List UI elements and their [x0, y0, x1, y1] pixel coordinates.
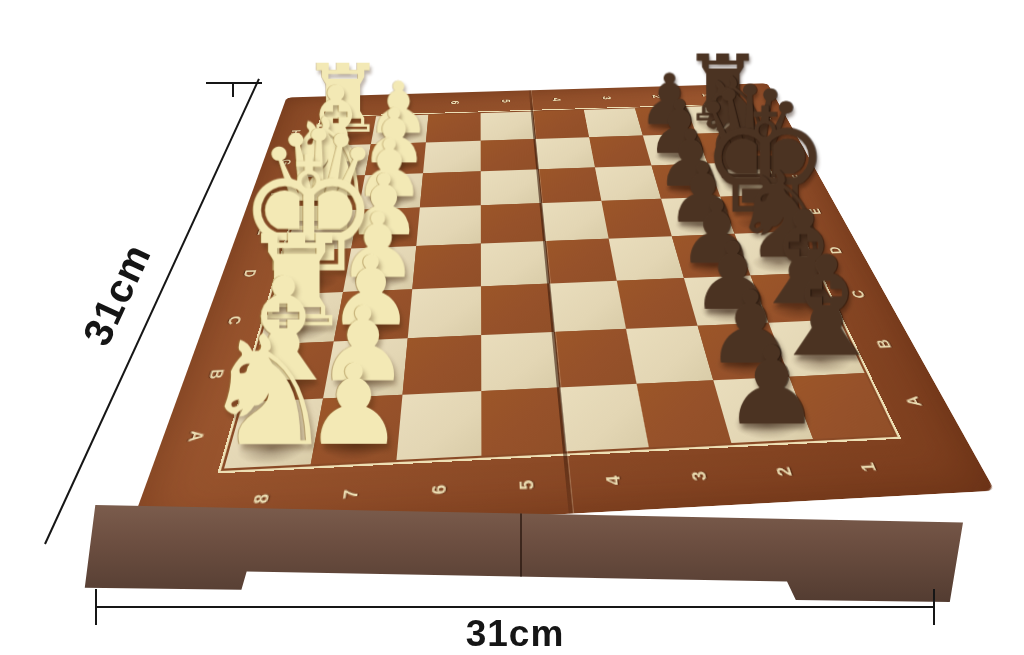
- square-A2[interactable]: ♟: [713, 377, 813, 443]
- square-C3[interactable]: [617, 278, 698, 329]
- front-fold-seam: [520, 512, 522, 579]
- product-photo: ♜♟♟♜♝♟♟♞♞♟♟♛♛♟♟♚♚♟♟♞♜♟♟♝♝♟♟♝♞♟♟ 88776655…: [0, 0, 1024, 655]
- square-A8[interactable]: ♞: [224, 398, 323, 468]
- square-B4[interactable]: [554, 329, 637, 388]
- bottom-dimension-line: [95, 606, 935, 608]
- left-dimension-tick: [232, 83, 234, 97]
- square-F5[interactable]: [481, 169, 542, 205]
- square-D3[interactable]: [609, 236, 684, 281]
- square-C6[interactable]: [408, 286, 481, 338]
- coordinate-label-far-4: 4: [550, 98, 564, 102]
- piece-black-pawn[interactable]: ♟: [723, 336, 820, 439]
- square-G5[interactable]: [481, 139, 538, 171]
- square-F6[interactable]: [420, 171, 481, 207]
- coordinate-label-far-5: 5: [499, 99, 513, 103]
- square-C5[interactable]: [481, 284, 554, 336]
- bottom-dimension-label: 31cm: [395, 613, 635, 655]
- square-D4[interactable]: [545, 239, 617, 284]
- bottom-dimension-cap-right: [933, 589, 935, 625]
- coordinate-label-far-3: 3: [600, 96, 614, 100]
- left-dimension-cap: [206, 82, 262, 84]
- bottom-dimension-cap-left: [95, 589, 97, 625]
- piece-white-knight[interactable]: ♞: [200, 320, 336, 464]
- playing-area: ♜♟♟♜♝♟♟♞♞♟♟♛♛♟♟♚♚♟♟♞♜♟♟♝♝♟♟♝♞♟♟: [217, 103, 901, 473]
- square-C4[interactable]: [549, 281, 626, 332]
- square-H4[interactable]: [532, 110, 589, 139]
- square-B6[interactable]: [403, 335, 482, 395]
- coordinate-label-far-7: 7: [397, 102, 411, 106]
- square-G4[interactable]: [535, 137, 595, 169]
- coordinate-label-far-2: 2: [650, 95, 664, 99]
- square-F4[interactable]: [538, 167, 601, 203]
- coordinate-label-far-1: 1: [699, 93, 714, 97]
- coordinate-label-far-6: 6: [448, 101, 462, 105]
- square-B5[interactable]: [481, 332, 559, 391]
- chessboard: ♜♟♟♜♝♟♟♞♞♟♟♛♛♟♟♚♚♟♟♞♜♟♟♝♝♟♟♝♞♟♟ 88776655…: [127, 83, 995, 538]
- square-H6[interactable]: [426, 113, 481, 142]
- square-D6[interactable]: [412, 243, 481, 289]
- square-E3[interactable]: [601, 199, 671, 239]
- square-H5[interactable]: [481, 111, 535, 140]
- square-F3[interactable]: [595, 165, 661, 201]
- square-H3[interactable]: [584, 108, 643, 137]
- coordinate-label-right-H: H: [757, 115, 773, 120]
